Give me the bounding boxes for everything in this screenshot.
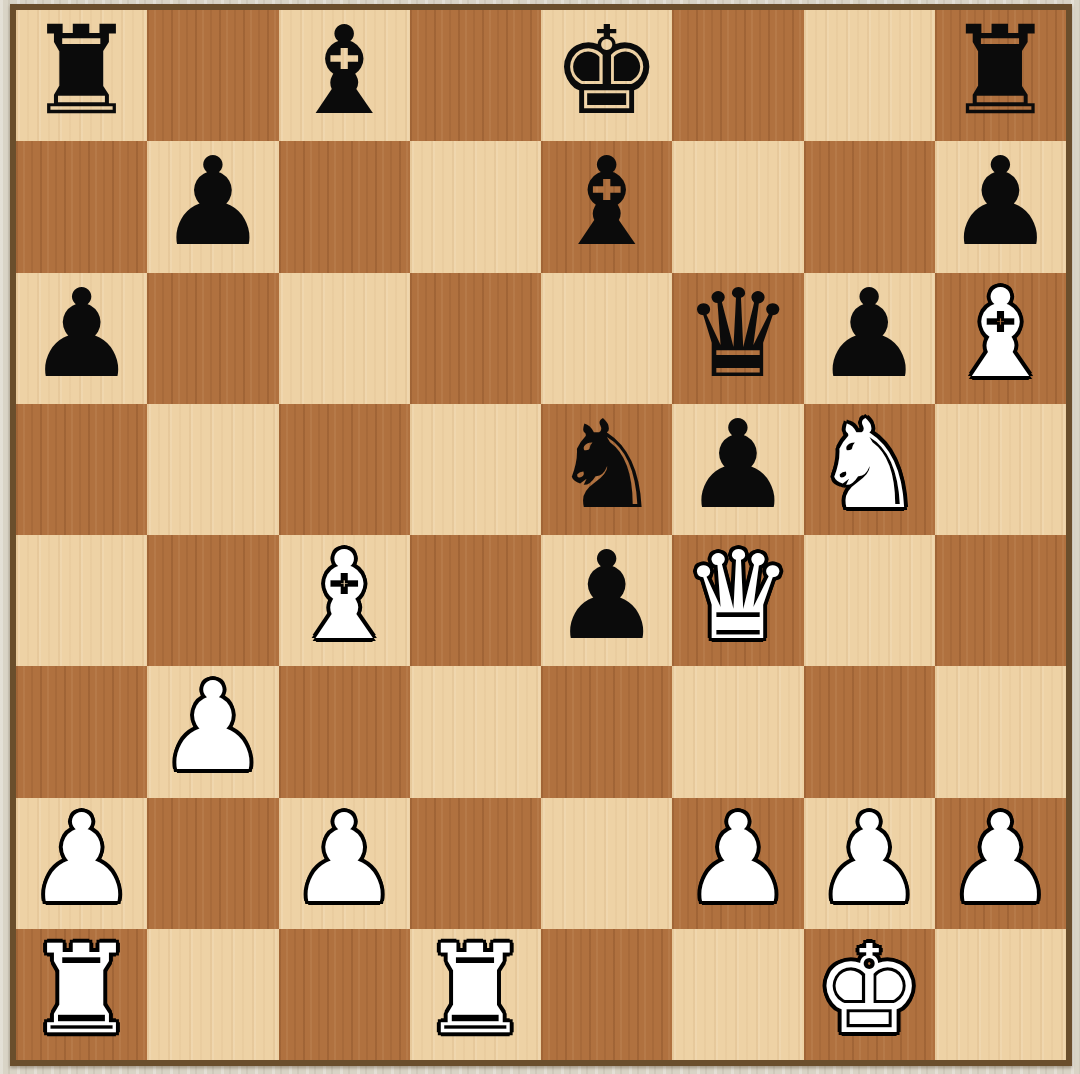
piece-black-pawn[interactable]: ♟ [683, 400, 792, 531]
square-d7[interactable] [410, 141, 541, 272]
piece-black-pawn[interactable]: ♟ [814, 269, 923, 400]
piece-white-pawn[interactable]: ♟ [27, 794, 136, 925]
square-f6[interactable]: ♛ [672, 273, 803, 404]
square-d1[interactable]: ♜ [410, 929, 541, 1060]
piece-white-bishop[interactable]: ♝ [946, 269, 1055, 400]
square-a1[interactable]: ♜ [16, 929, 147, 1060]
piece-black-bishop[interactable]: ♝ [289, 6, 398, 137]
piece-black-pawn[interactable]: ♟ [552, 531, 661, 662]
square-d6[interactable] [410, 273, 541, 404]
square-g5[interactable]: ♞ [804, 404, 935, 535]
square-e7[interactable]: ♝ [541, 141, 672, 272]
square-h4[interactable] [935, 535, 1066, 666]
chess-board: ♜♝♚♜♟♝♟♟♛♟♝♞♟♞♝♟♛♟♟♟♟♟♟♜♜♚ [16, 10, 1066, 1060]
square-b2[interactable] [147, 798, 278, 929]
square-c8[interactable]: ♝ [279, 10, 410, 141]
square-b7[interactable]: ♟ [147, 141, 278, 272]
piece-black-queen[interactable]: ♛ [683, 269, 792, 400]
piece-white-rook[interactable]: ♜ [27, 925, 136, 1056]
square-h2[interactable]: ♟ [935, 798, 1066, 929]
square-d4[interactable] [410, 535, 541, 666]
square-c5[interactable] [279, 404, 410, 535]
piece-white-pawn[interactable]: ♟ [289, 794, 398, 925]
square-e4[interactable]: ♟ [541, 535, 672, 666]
square-c3[interactable] [279, 666, 410, 797]
square-h7[interactable]: ♟ [935, 141, 1066, 272]
square-e6[interactable] [541, 273, 672, 404]
square-g2[interactable]: ♟ [804, 798, 935, 929]
piece-white-king[interactable]: ♚ [814, 925, 923, 1056]
chess-board-frame: ♜♝♚♜♟♝♟♟♛♟♝♞♟♞♝♟♛♟♟♟♟♟♟♜♜♚ [10, 4, 1072, 1066]
square-a6[interactable]: ♟ [16, 273, 147, 404]
piece-black-pawn[interactable]: ♟ [158, 137, 267, 268]
square-c1[interactable] [279, 929, 410, 1060]
square-h3[interactable] [935, 666, 1066, 797]
square-e1[interactable] [541, 929, 672, 1060]
piece-white-rook[interactable]: ♜ [421, 925, 530, 1056]
piece-white-pawn[interactable]: ♟ [946, 794, 1055, 925]
square-g7[interactable] [804, 141, 935, 272]
piece-white-bishop[interactable]: ♝ [289, 531, 398, 662]
square-g1[interactable]: ♚ [804, 929, 935, 1060]
piece-black-king[interactable]: ♚ [552, 6, 661, 137]
square-f1[interactable] [672, 929, 803, 1060]
piece-white-queen[interactable]: ♛ [683, 531, 792, 662]
square-e3[interactable] [541, 666, 672, 797]
square-a3[interactable] [16, 666, 147, 797]
piece-white-pawn[interactable]: ♟ [158, 662, 267, 793]
square-f8[interactable] [672, 10, 803, 141]
square-c4[interactable]: ♝ [279, 535, 410, 666]
square-f4[interactable]: ♛ [672, 535, 803, 666]
square-a8[interactable]: ♜ [16, 10, 147, 141]
square-a5[interactable] [16, 404, 147, 535]
square-c6[interactable] [279, 273, 410, 404]
piece-white-pawn[interactable]: ♟ [683, 794, 792, 925]
square-a2[interactable]: ♟ [16, 798, 147, 929]
piece-black-pawn[interactable]: ♟ [27, 269, 136, 400]
square-g4[interactable] [804, 535, 935, 666]
piece-white-pawn[interactable]: ♟ [814, 794, 923, 925]
square-h8[interactable]: ♜ [935, 10, 1066, 141]
square-d8[interactable] [410, 10, 541, 141]
square-g8[interactable] [804, 10, 935, 141]
piece-black-rook[interactable]: ♜ [946, 6, 1055, 137]
square-b8[interactable] [147, 10, 278, 141]
square-f5[interactable]: ♟ [672, 404, 803, 535]
square-b3[interactable]: ♟ [147, 666, 278, 797]
square-b6[interactable] [147, 273, 278, 404]
piece-black-knight[interactable]: ♞ [552, 400, 661, 531]
square-a4[interactable] [16, 535, 147, 666]
square-d2[interactable] [410, 798, 541, 929]
piece-black-pawn[interactable]: ♟ [946, 137, 1055, 268]
square-b5[interactable] [147, 404, 278, 535]
square-e8[interactable]: ♚ [541, 10, 672, 141]
square-a7[interactable] [16, 141, 147, 272]
square-h5[interactable] [935, 404, 1066, 535]
square-f2[interactable]: ♟ [672, 798, 803, 929]
square-h1[interactable] [935, 929, 1066, 1060]
square-c2[interactable]: ♟ [279, 798, 410, 929]
square-g6[interactable]: ♟ [804, 273, 935, 404]
square-f3[interactable] [672, 666, 803, 797]
square-d5[interactable] [410, 404, 541, 535]
piece-white-knight[interactable]: ♞ [814, 400, 923, 531]
square-c7[interactable] [279, 141, 410, 272]
square-h6[interactable]: ♝ [935, 273, 1066, 404]
square-f7[interactable] [672, 141, 803, 272]
square-b4[interactable] [147, 535, 278, 666]
square-g3[interactable] [804, 666, 935, 797]
square-e5[interactable]: ♞ [541, 404, 672, 535]
square-e2[interactable] [541, 798, 672, 929]
square-b1[interactable] [147, 929, 278, 1060]
piece-black-bishop[interactable]: ♝ [552, 137, 661, 268]
square-d3[interactable] [410, 666, 541, 797]
piece-black-rook[interactable]: ♜ [27, 6, 136, 137]
